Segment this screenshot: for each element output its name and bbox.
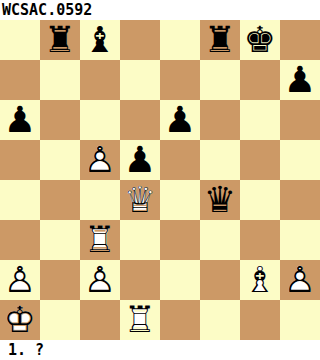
square-e3[interactable] <box>160 220 200 260</box>
square-a1[interactable]: ♚♔ <box>0 300 40 340</box>
black-pawn-icon: ♟ <box>280 60 320 100</box>
square-b3[interactable] <box>40 220 80 260</box>
square-f6[interactable] <box>200 100 240 140</box>
square-e8[interactable] <box>160 20 200 60</box>
square-h2[interactable]: ♟♙ <box>280 260 320 300</box>
white-pawn-icon: ♟♙ <box>280 260 320 300</box>
square-a8[interactable] <box>0 20 40 60</box>
square-a6[interactable]: ♟ <box>0 100 40 140</box>
square-a4[interactable] <box>0 180 40 220</box>
square-g5[interactable] <box>240 140 280 180</box>
square-e6[interactable]: ♟ <box>160 100 200 140</box>
square-d8[interactable] <box>120 20 160 60</box>
square-b6[interactable] <box>40 100 80 140</box>
square-b4[interactable] <box>40 180 80 220</box>
square-f3[interactable] <box>200 220 240 260</box>
square-c3[interactable]: ♜♖ <box>80 220 120 260</box>
white-pawn-icon: ♟♙ <box>80 260 120 300</box>
square-g2[interactable]: ♝♗ <box>240 260 280 300</box>
square-f8[interactable]: ♜ <box>200 20 240 60</box>
square-f4[interactable]: ♛ <box>200 180 240 220</box>
square-e2[interactable] <box>160 260 200 300</box>
white-queen-icon: ♛♕ <box>120 180 160 220</box>
black-queen-icon: ♛ <box>200 180 240 220</box>
square-h8[interactable] <box>280 20 320 60</box>
chess-board: ♜♝♜♚♟♟♟♟♙♟♛♕♛♜♖♟♙♟♙♝♗♟♙♚♔♜♖ <box>0 20 320 340</box>
black-pawn-icon: ♟ <box>120 140 160 180</box>
square-c7[interactable] <box>80 60 120 100</box>
square-g4[interactable] <box>240 180 280 220</box>
square-d7[interactable] <box>120 60 160 100</box>
black-pawn-icon: ♟ <box>160 100 200 140</box>
square-a2[interactable]: ♟♙ <box>0 260 40 300</box>
square-e5[interactable] <box>160 140 200 180</box>
chess-problem-window: WCSAC.0592 ♜♝♜♚♟♟♟♟♙♟♛♕♛♜♖♟♙♟♙♝♗♟♙♚♔♜♖ 1… <box>0 0 320 360</box>
square-e7[interactable] <box>160 60 200 100</box>
square-f5[interactable] <box>200 140 240 180</box>
square-b1[interactable] <box>40 300 80 340</box>
square-f2[interactable] <box>200 260 240 300</box>
black-rook-icon: ♜ <box>40 20 80 60</box>
square-d2[interactable] <box>120 260 160 300</box>
black-bishop-icon: ♝ <box>80 20 120 60</box>
square-d5[interactable]: ♟ <box>120 140 160 180</box>
white-rook-icon: ♜♖ <box>80 220 120 260</box>
white-pawn-icon: ♟♙ <box>0 260 40 300</box>
white-pawn-icon: ♟♙ <box>80 140 120 180</box>
black-king-icon: ♚ <box>240 20 280 60</box>
square-a7[interactable] <box>0 60 40 100</box>
square-h7[interactable]: ♟ <box>280 60 320 100</box>
square-b7[interactable] <box>40 60 80 100</box>
square-g3[interactable] <box>240 220 280 260</box>
status-bar: 1. ? <box>0 340 320 360</box>
square-h1[interactable] <box>280 300 320 340</box>
square-c2[interactable]: ♟♙ <box>80 260 120 300</box>
square-b5[interactable] <box>40 140 80 180</box>
square-d1[interactable]: ♜♖ <box>120 300 160 340</box>
square-c5[interactable]: ♟♙ <box>80 140 120 180</box>
square-g1[interactable] <box>240 300 280 340</box>
square-f1[interactable] <box>200 300 240 340</box>
black-rook-icon: ♜ <box>200 20 240 60</box>
square-d6[interactable] <box>120 100 160 140</box>
problem-title: WCSAC.0592 <box>2 0 92 20</box>
square-b8[interactable]: ♜ <box>40 20 80 60</box>
square-h3[interactable] <box>280 220 320 260</box>
title-bar: WCSAC.0592 <box>0 0 320 20</box>
square-a5[interactable] <box>0 140 40 180</box>
square-h6[interactable] <box>280 100 320 140</box>
square-a3[interactable] <box>0 220 40 260</box>
square-c8[interactable]: ♝ <box>80 20 120 60</box>
square-b2[interactable] <box>40 260 80 300</box>
square-d3[interactable] <box>120 220 160 260</box>
square-d4[interactable]: ♛♕ <box>120 180 160 220</box>
square-c6[interactable] <box>80 100 120 140</box>
square-g6[interactable] <box>240 100 280 140</box>
white-king-icon: ♚♔ <box>0 300 40 340</box>
square-e1[interactable] <box>160 300 200 340</box>
square-h5[interactable] <box>280 140 320 180</box>
square-g7[interactable] <box>240 60 280 100</box>
square-c1[interactable] <box>80 300 120 340</box>
white-bishop-icon: ♝♗ <box>240 260 280 300</box>
square-f7[interactable] <box>200 60 240 100</box>
square-e4[interactable] <box>160 180 200 220</box>
square-h4[interactable] <box>280 180 320 220</box>
square-c4[interactable] <box>80 180 120 220</box>
move-prompt: 1. ? <box>8 340 44 360</box>
square-g8[interactable]: ♚ <box>240 20 280 60</box>
white-rook-icon: ♜♖ <box>120 300 160 340</box>
black-pawn-icon: ♟ <box>0 100 40 140</box>
